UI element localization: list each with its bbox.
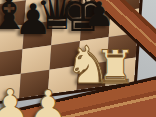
- pieces-layer: ♝♟♛♚♟♞♜♟♟: [0, 0, 156, 117]
- chess-photo-stage: ♝♟♛♚♟♞♜♟♟: [0, 0, 156, 117]
- piece-black-pawn-2-g4[interactable]: ♟: [82, 0, 116, 31]
- piece-white-rook-h1[interactable]: ♜: [92, 44, 138, 90]
- piece-white-pawn-2-e2[interactable]: ♟: [25, 84, 71, 117]
